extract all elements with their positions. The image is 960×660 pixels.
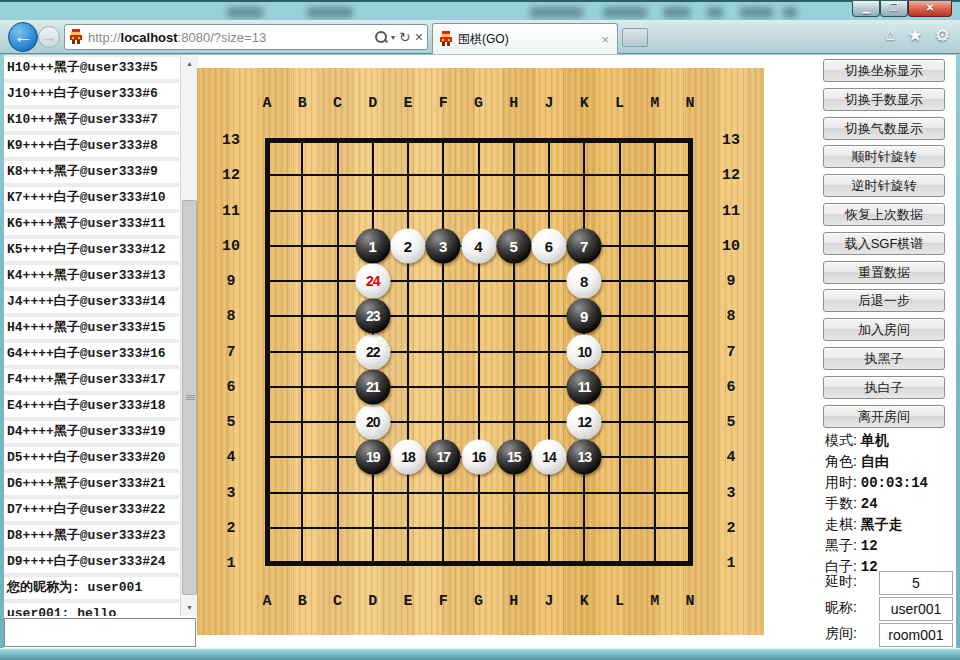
grid-line-vertical [548, 138, 550, 566]
button-执白子[interactable]: 执白子 [823, 376, 945, 399]
grid-line-horizontal [265, 386, 693, 388]
url-text[interactable]: http://localhost:8080/?size=13 [88, 30, 375, 45]
coord-label-left: 8 [226, 308, 235, 325]
stone-d7: 22 [355, 334, 390, 369]
forward-button[interactable]: → [38, 26, 60, 48]
status-用时: 用时: 00:03:14 [825, 474, 955, 494]
search-icon[interactable] [375, 31, 387, 43]
nickname-row: 昵称: [825, 599, 955, 623]
grid-line-vertical [513, 138, 515, 566]
status-value: 12 [861, 538, 878, 554]
stone-f10: 3 [426, 228, 461, 263]
button-恢复上次数据[interactable]: 恢复上次数据 [823, 203, 945, 226]
stone-j4: 14 [532, 440, 567, 475]
status-角色: 角色: 自由 [825, 453, 955, 473]
log-entry: K6++++黑子@user333#11 [4, 213, 179, 235]
coord-label-left: 9 [226, 273, 235, 290]
coord-label-bottom: E [403, 593, 412, 610]
minimize-icon: ▁ [862, 2, 870, 13]
minimize-button[interactable]: ▁ [852, 1, 880, 17]
grid-line-horizontal [265, 561, 693, 566]
browser-window: ▁ ❐ ✕ ← → http://localhost:8080/?size=13… [0, 0, 960, 660]
coord-label-right: 11 [722, 202, 740, 219]
coord-label-bottom: B [298, 593, 307, 610]
maximize-button[interactable]: ❐ [880, 1, 908, 17]
stone-k10: 7 [567, 228, 602, 263]
stone-h10: 5 [496, 228, 531, 263]
stone-d9: 24 [355, 264, 390, 299]
favorites-star-icon[interactable]: ★ [908, 25, 923, 46]
button-后退一步[interactable]: 后退一步 [823, 289, 945, 312]
status-label: 白子: [825, 558, 861, 574]
forward-arrow-icon: → [42, 29, 56, 45]
coord-label-right: 9 [726, 273, 735, 290]
grid-line-vertical [654, 138, 656, 566]
stone-g4: 16 [461, 440, 496, 475]
stone-h4: 15 [496, 440, 531, 475]
address-bar[interactable]: http://localhost:8080/?size=13 ▾ ↻ × [64, 24, 428, 50]
stone-d6: 21 [355, 369, 390, 404]
redacted-blur [307, 7, 353, 18]
stone-d8: 23 [355, 299, 390, 334]
coord-label-top: D [368, 95, 377, 112]
log-entry: D9++++白子@user333#24 [4, 551, 179, 573]
new-tab-button[interactable] [622, 28, 648, 47]
back-button[interactable]: ← [8, 22, 38, 52]
room-field[interactable] [879, 623, 953, 647]
go-board[interactable]: AABBCCDDEEFFGGHHJJKKLLMMNN13131212111110… [197, 68, 764, 635]
stone-k4: 13 [567, 440, 602, 475]
title-bar: ▁ ❐ ✕ [0, 0, 960, 20]
status-label: 角色: [825, 453, 861, 469]
coord-label-right: 5 [726, 414, 735, 431]
coord-label-bottom: M [650, 593, 659, 610]
coord-label-bottom: K [580, 593, 589, 610]
status-value: 黑子走 [861, 517, 903, 533]
stone-k6: 11 [567, 369, 602, 404]
stone-k8: 9 [567, 299, 602, 334]
coord-label-bottom: G [474, 593, 483, 610]
refresh-icon[interactable]: ↻ [399, 25, 411, 49]
coord-label-bottom: N [685, 593, 694, 610]
room-row: 房间: [825, 625, 955, 649]
grid-line-horizontal [265, 351, 693, 353]
delay-label: 延时: [825, 573, 857, 589]
coord-label-top: M [650, 95, 659, 112]
button-重置数据[interactable]: 重置数据 [823, 261, 945, 284]
chat-message: user001: hello [4, 603, 179, 616]
home-icon[interactable]: ⌂ [885, 25, 895, 46]
stone-j10: 6 [532, 228, 567, 263]
coord-label-left: 7 [226, 343, 235, 360]
tab-title: 围棋(GO) [458, 31, 599, 48]
coord-label-left: 1 [226, 555, 235, 572]
log-scrollbar[interactable]: ▲ ▼ [180, 55, 197, 616]
status-模式: 模式: 单机 [825, 432, 955, 452]
page-content: H10+++黑子@user333#5J10+++白子@user333#6K10+… [4, 55, 956, 648]
log-entry: J4++++白子@user333#14 [4, 291, 179, 313]
close-button[interactable]: ✕ [908, 1, 952, 17]
redacted-blur [227, 7, 263, 18]
scrollbar-grip [186, 395, 195, 401]
coord-label-left: 3 [226, 484, 235, 501]
redacted-blur [530, 7, 583, 18]
nickname-field[interactable] [879, 597, 953, 621]
close-icon: ✕ [926, 2, 934, 13]
coord-label-top: B [298, 95, 307, 112]
coord-label-left: 13 [222, 132, 240, 149]
status-value: 24 [861, 496, 878, 512]
log-entry: K4++++黑子@user333#13 [4, 265, 179, 287]
redacted-blur [663, 7, 690, 18]
log-entry: G4++++白子@user333#16 [4, 343, 179, 365]
coord-label-top: F [439, 95, 448, 112]
coord-label-bottom: H [509, 593, 518, 610]
coord-label-left: 6 [226, 378, 235, 395]
redacted-blur [740, 7, 773, 18]
scroll-up-icon[interactable]: ▲ [181, 55, 198, 72]
coord-label-top: C [333, 95, 342, 112]
log-entry: D6++++黑子@user333#21 [4, 473, 179, 495]
log-entry: K9++++白子@user333#8 [4, 135, 179, 157]
redacted-blur [603, 7, 647, 18]
scrollbar-thumb[interactable] [182, 200, 197, 595]
stone-f4: 17 [426, 440, 461, 475]
status-label: 手数: [825, 495, 861, 511]
status-value: 00:03:14 [861, 475, 928, 491]
coord-label-top: H [509, 95, 518, 112]
coord-label-left: 11 [222, 202, 240, 219]
coord-label-right: 6 [726, 378, 735, 395]
grid-line-vertical [619, 138, 621, 566]
status-走棋: 走棋: 黑子走 [825, 516, 955, 536]
log-entry: D5++++白子@user333#20 [4, 447, 179, 469]
button-加入房间[interactable]: 加入房间 [823, 318, 945, 341]
coord-label-right: 13 [722, 132, 740, 149]
stone-d4: 19 [355, 440, 390, 475]
coord-label-right: 3 [726, 484, 735, 501]
delay-field[interactable] [879, 571, 953, 595]
coord-label-left: 10 [222, 237, 240, 254]
log-entry: H10+++黑子@user333#5 [4, 57, 179, 79]
nickname-label: 昵称: [825, 599, 857, 615]
stone-e10: 2 [391, 228, 426, 263]
button-切换坐标显示[interactable]: 切换坐标显示 [823, 59, 945, 82]
coord-label-top: G [474, 95, 483, 112]
status-label: 模式: [825, 432, 861, 448]
stone-k9: 8 [567, 264, 602, 299]
button-执黑子[interactable]: 执黑子 [823, 347, 945, 370]
stone-e4: 18 [391, 440, 426, 475]
log-entry: K7++++白子@user333#10 [4, 187, 179, 209]
log-entry: F4++++黑子@user333#17 [4, 369, 179, 391]
coord-label-top: N [685, 95, 694, 112]
stone-k5: 12 [567, 405, 602, 440]
coord-label-left: 2 [226, 519, 235, 536]
coord-label-bottom: C [333, 593, 342, 610]
log-entry: K5++++白子@user333#12 [4, 239, 179, 261]
nickname-info-line: 您的昵称为: user001 [4, 577, 179, 599]
status-label: 用时: [825, 474, 861, 490]
coord-label-top: J [544, 95, 553, 112]
status-label: 走棋: [825, 516, 861, 532]
stop-icon[interactable]: × [415, 25, 423, 49]
log-entry: D7++++白子@user333#22 [4, 499, 179, 521]
tab-close-icon[interactable]: × [599, 32, 611, 47]
navigation-bar: ← → http://localhost:8080/?size=13 ▾ ↻ × [0, 20, 960, 54]
status-黑子: 黑子: 12 [825, 537, 955, 557]
grid-line-vertical [688, 138, 693, 566]
log-entry: J10+++白子@user333#6 [4, 83, 179, 105]
button-逆时针旋转[interactable]: 逆时针旋转 [823, 174, 945, 197]
coord-label-bottom: D [368, 593, 377, 610]
coord-label-left: 5 [226, 414, 235, 431]
window-bottom-edge [0, 648, 960, 660]
tab-favicon-icon [439, 31, 453, 47]
status-value: 自由 [861, 454, 889, 470]
stone-d10: 1 [355, 228, 390, 263]
coord-label-right: 12 [722, 167, 740, 184]
stone-g10: 4 [461, 228, 496, 263]
coord-label-bottom: A [262, 593, 271, 610]
coord-label-left: 12 [222, 167, 240, 184]
coord-label-right: 7 [726, 343, 735, 360]
coord-label-right: 4 [726, 449, 735, 466]
stone-d5: 20 [355, 405, 390, 440]
button-切换手数显示[interactable]: 切换手数显示 [823, 88, 945, 111]
scroll-down-icon[interactable]: ▼ [181, 599, 198, 616]
room-label: 房间: [825, 625, 857, 641]
grid-line-horizontal [265, 421, 693, 423]
log-entry: H4++++黑子@user333#15 [4, 317, 179, 339]
button-离开房间[interactable]: 离开房间 [823, 405, 945, 428]
coord-label-right: 10 [722, 237, 740, 254]
coord-label-bottom: L [615, 593, 624, 610]
redacted-blur [707, 7, 723, 18]
coord-label-bottom: F [439, 593, 448, 610]
delay-row: 延时: [825, 573, 955, 597]
grid-line-horizontal [265, 527, 693, 529]
redacted-blur [783, 7, 797, 18]
move-log: H10+++黑子@user333#5J10+++白子@user333#6K10+… [4, 55, 179, 616]
maximize-icon: ❐ [890, 2, 899, 13]
status-value: 单机 [861, 433, 889, 449]
back-arrow-icon: ← [14, 26, 33, 47]
log-entry: K8++++黑子@user333#9 [4, 161, 179, 183]
status-label: 黑子: [825, 537, 861, 553]
log-entry: E4++++白子@user333#18 [4, 395, 179, 417]
log-entry: K10+++黑子@user333#7 [4, 109, 179, 131]
coord-label-right: 1 [726, 555, 735, 572]
settings-gear-icon[interactable]: ⚙ [935, 25, 950, 46]
coord-label-top: L [615, 95, 624, 112]
stone-k7: 10 [567, 334, 602, 369]
coord-label-right: 8 [726, 308, 735, 325]
status-手数: 手数: 24 [825, 495, 955, 515]
button-载入SGF棋谱[interactable]: 载入SGF棋谱 [823, 232, 945, 255]
coord-label-bottom: J [544, 593, 553, 610]
grid-line-horizontal [265, 492, 693, 494]
tab-go-game[interactable]: 围棋(GO) × [432, 23, 618, 54]
site-favicon-icon [69, 29, 83, 45]
button-顺时针旋转[interactable]: 顺时针旋转 [823, 145, 945, 168]
coord-label-top: K [580, 95, 589, 112]
coord-label-top: A [262, 95, 271, 112]
coord-label-left: 4 [226, 449, 235, 466]
log-entry: D8++++黑子@user333#23 [4, 525, 179, 547]
coord-label-top: E [403, 95, 412, 112]
chevron-down-icon[interactable]: ▾ [391, 33, 395, 42]
log-entry: D4++++黑子@user333#19 [4, 421, 179, 443]
coord-label-right: 2 [726, 519, 735, 536]
chat-input[interactable] [4, 618, 196, 647]
chat-username: user001 [7, 606, 62, 616]
button-切换气数显示[interactable]: 切换气数显示 [823, 117, 945, 140]
